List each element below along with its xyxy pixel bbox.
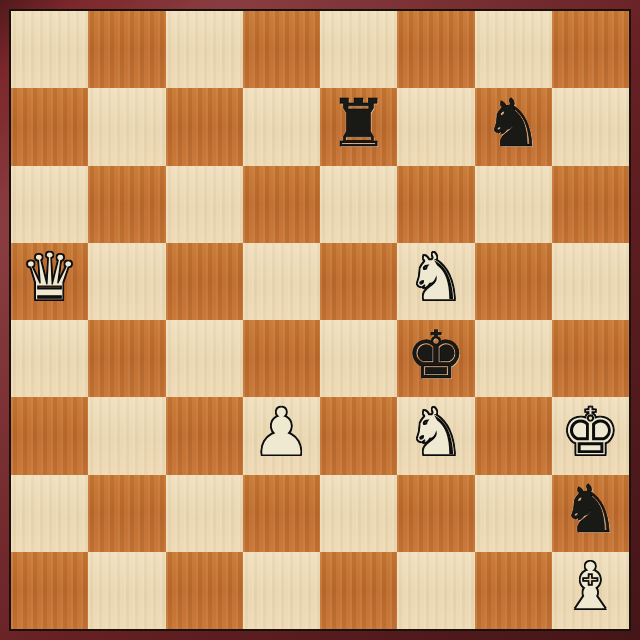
square-b5[interactable] [88, 243, 165, 320]
square-h1[interactable]: ♝ [552, 552, 629, 629]
square-b4[interactable] [88, 320, 165, 397]
board-inner-border: ♜♞♛♞♚♟♞♚♞♝ [9, 9, 631, 631]
square-a5[interactable]: ♛ [11, 243, 88, 320]
square-g7[interactable]: ♞ [475, 88, 552, 165]
square-b3[interactable] [88, 397, 165, 474]
square-a2[interactable] [11, 475, 88, 552]
square-c4[interactable] [166, 320, 243, 397]
square-a6[interactable] [11, 166, 88, 243]
square-a7[interactable] [11, 88, 88, 165]
black-knight-h2[interactable]: ♞ [561, 477, 620, 543]
square-c2[interactable] [166, 475, 243, 552]
board-frame: ♜♞♛♞♚♟♞♚♞♝ [0, 0, 640, 640]
square-h2[interactable]: ♞ [552, 475, 629, 552]
square-h3[interactable]: ♚ [552, 397, 629, 474]
white-queen-a5[interactable]: ♛ [20, 246, 79, 312]
white-knight-f5[interactable]: ♞ [406, 246, 465, 312]
square-e3[interactable] [320, 397, 397, 474]
square-e6[interactable] [320, 166, 397, 243]
square-h6[interactable] [552, 166, 629, 243]
square-e5[interactable] [320, 243, 397, 320]
square-d4[interactable] [243, 320, 320, 397]
square-g8[interactable] [475, 11, 552, 88]
white-bishop-h1[interactable]: ♝ [561, 555, 620, 621]
square-d2[interactable] [243, 475, 320, 552]
square-c1[interactable] [166, 552, 243, 629]
white-pawn-d3[interactable]: ♟ [252, 400, 311, 466]
white-king-h3[interactable]: ♚ [561, 400, 620, 466]
square-g5[interactable] [475, 243, 552, 320]
square-c8[interactable] [166, 11, 243, 88]
square-h7[interactable] [552, 88, 629, 165]
square-g2[interactable] [475, 475, 552, 552]
square-f6[interactable] [397, 166, 474, 243]
square-f8[interactable] [397, 11, 474, 88]
square-a8[interactable] [11, 11, 88, 88]
square-f3[interactable]: ♞ [397, 397, 474, 474]
black-rook-e7[interactable]: ♜ [329, 91, 388, 157]
square-b8[interactable] [88, 11, 165, 88]
square-g6[interactable] [475, 166, 552, 243]
square-e7[interactable]: ♜ [320, 88, 397, 165]
square-e8[interactable] [320, 11, 397, 88]
square-c7[interactable] [166, 88, 243, 165]
chess-diagram: ♜♞♛♞♚♟♞♚♞♝ [0, 0, 640, 640]
square-d6[interactable] [243, 166, 320, 243]
square-g1[interactable] [475, 552, 552, 629]
square-f2[interactable] [397, 475, 474, 552]
square-e2[interactable] [320, 475, 397, 552]
square-c5[interactable] [166, 243, 243, 320]
square-b1[interactable] [88, 552, 165, 629]
square-g4[interactable] [475, 320, 552, 397]
square-b7[interactable] [88, 88, 165, 165]
square-h4[interactable] [552, 320, 629, 397]
black-knight-g7[interactable]: ♞ [484, 91, 543, 157]
square-d1[interactable] [243, 552, 320, 629]
square-h5[interactable] [552, 243, 629, 320]
square-d7[interactable] [243, 88, 320, 165]
chess-board: ♜♞♛♞♚♟♞♚♞♝ [11, 11, 629, 629]
square-h8[interactable] [552, 11, 629, 88]
square-b2[interactable] [88, 475, 165, 552]
square-a3[interactable] [11, 397, 88, 474]
square-f1[interactable] [397, 552, 474, 629]
square-a4[interactable] [11, 320, 88, 397]
square-c6[interactable] [166, 166, 243, 243]
square-f5[interactable]: ♞ [397, 243, 474, 320]
square-d5[interactable] [243, 243, 320, 320]
square-d3[interactable]: ♟ [243, 397, 320, 474]
square-f4[interactable]: ♚ [397, 320, 474, 397]
square-e4[interactable] [320, 320, 397, 397]
square-e1[interactable] [320, 552, 397, 629]
white-knight-f3[interactable]: ♞ [406, 400, 465, 466]
square-d8[interactable] [243, 11, 320, 88]
square-g3[interactable] [475, 397, 552, 474]
black-king-f4[interactable]: ♚ [406, 323, 465, 389]
square-c3[interactable] [166, 397, 243, 474]
square-a1[interactable] [11, 552, 88, 629]
square-b6[interactable] [88, 166, 165, 243]
square-f7[interactable] [397, 88, 474, 165]
